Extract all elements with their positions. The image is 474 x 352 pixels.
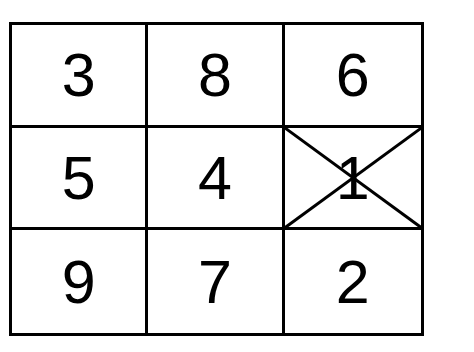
grid-cell-r1c3[interactable]: 6: [285, 25, 421, 128]
grid-cell-r2c2[interactable]: 4: [148, 128, 284, 231]
grid-cell-r2c1[interactable]: 5: [12, 128, 148, 231]
cell-value: 5: [62, 148, 96, 209]
number-grid: 3 8 6 5 4 1 9 7: [9, 22, 424, 336]
cell-value: 9: [62, 252, 96, 313]
cell-value: 4: [198, 148, 232, 209]
grid-cell-r3c3[interactable]: 2: [285, 230, 421, 333]
cell-value: 8: [198, 45, 232, 106]
grid-cell-r3c2[interactable]: 7: [148, 230, 284, 333]
grid-cell-r3c1[interactable]: 9: [12, 230, 148, 333]
cell-value: 1: [336, 148, 370, 209]
grid-cell-r2c3[interactable]: 1: [285, 128, 421, 231]
cell-value: 2: [336, 252, 370, 313]
puzzle-canvas: 3 8 6 5 4 1 9 7: [0, 0, 474, 352]
cell-value: 6: [336, 45, 370, 106]
grid-cell-r1c2[interactable]: 8: [148, 25, 284, 128]
grid-cell-r1c1[interactable]: 3: [12, 25, 148, 128]
cell-value: 3: [62, 45, 96, 106]
cell-value: 7: [198, 252, 232, 313]
